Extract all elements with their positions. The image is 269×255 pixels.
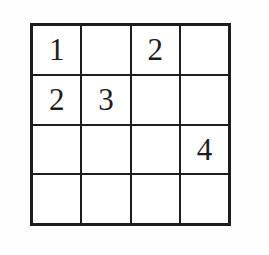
given-digit: 2 <box>49 84 65 115</box>
given-digit: 2 <box>147 34 163 65</box>
grid-cell-r3c1[interactable] <box>33 126 80 174</box>
grid-cell-r1c4[interactable] <box>181 26 228 74</box>
grid-cell-r3c4[interactable]: 4 <box>181 126 228 174</box>
grid-cell-r2c2[interactable]: 3 <box>82 76 129 124</box>
grid-cell-r3c2[interactable] <box>82 126 129 174</box>
grid-cell-r1c1[interactable]: 1 <box>33 26 80 74</box>
grid-cell-r2c3[interactable] <box>132 76 179 124</box>
puzzle-board: 12234 <box>30 23 231 226</box>
grid-cell-r4c3[interactable] <box>132 175 179 223</box>
given-digit: 4 <box>197 134 213 165</box>
given-digit: 3 <box>98 84 114 115</box>
grid-cell-r4c1[interactable] <box>33 175 80 223</box>
given-digit: 1 <box>49 34 65 65</box>
grid-cell-r4c4[interactable] <box>181 175 228 223</box>
grid-cell-r1c3[interactable]: 2 <box>132 26 179 74</box>
page-background: 12234 <box>0 0 269 255</box>
grid-cell-r2c1[interactable]: 2 <box>33 76 80 124</box>
grid-cell-r1c2[interactable] <box>82 26 129 74</box>
grid-cell-r2c4[interactable] <box>181 76 228 124</box>
grid-cell-r4c2[interactable] <box>82 175 129 223</box>
grid-cell-r3c3[interactable] <box>132 126 179 174</box>
